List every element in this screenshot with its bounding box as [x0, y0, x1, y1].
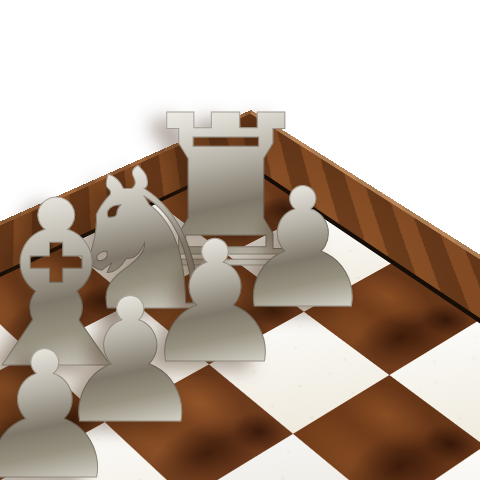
pawn-piece: ♟ [0, 329, 124, 480]
pieces-layer: ♜♞♝♟♟♟♟ [0, 0, 480, 480]
photo-stage: ♜♞♝♟♟♟♟ [0, 0, 480, 480]
